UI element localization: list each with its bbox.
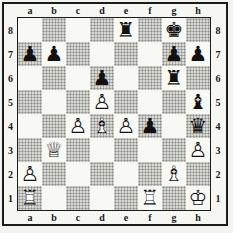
square-d6: ♟	[90, 66, 114, 90]
piece-outline: ♙	[93, 92, 112, 113]
square-e1	[114, 186, 138, 210]
file-label-f: f	[138, 5, 162, 16]
square-h8	[186, 18, 210, 42]
file-label-e: e	[114, 5, 138, 16]
white-pawn: ♟♙	[186, 138, 210, 162]
file-label-d: d	[90, 212, 114, 223]
square-g8: ♚	[162, 18, 186, 42]
rank-label-2: 2	[216, 169, 221, 180]
square-d4: ♝♗	[90, 114, 114, 138]
square-c7	[66, 42, 90, 66]
piece-outline: ♔	[189, 188, 208, 209]
file-label-e: e	[114, 212, 138, 223]
rank-label-3: 3	[216, 145, 221, 156]
black-pawn: ♟	[186, 42, 210, 66]
piece-outline: ♖	[141, 188, 160, 209]
square-g5	[162, 90, 186, 114]
file-label-g: g	[162, 5, 186, 16]
rank-label-5: 5	[8, 97, 13, 108]
piece-outline: ♙	[21, 164, 40, 185]
piece-outline: ♗	[165, 164, 184, 185]
rank-label-2: 2	[8, 169, 13, 180]
square-d3	[90, 138, 114, 162]
square-e6	[114, 66, 138, 90]
rank-label-8: 8	[8, 25, 13, 36]
square-b6	[42, 66, 66, 90]
corner-bottom-right	[211, 211, 225, 224]
square-g7: ♟	[162, 42, 186, 66]
square-h5: ♝	[186, 90, 210, 114]
square-h2	[186, 162, 210, 186]
square-h1: ♚♔	[186, 186, 210, 210]
white-king: ♚♔	[186, 186, 210, 210]
square-a4	[18, 114, 42, 138]
square-h4: ♛	[186, 114, 210, 138]
square-b2	[42, 162, 66, 186]
corner-bottom-left	[4, 211, 17, 224]
file-label-b: b	[42, 212, 66, 223]
square-e7	[114, 42, 138, 66]
rank-label-6: 6	[8, 73, 13, 84]
square-e4: ♟♙	[114, 114, 138, 138]
piece-outline: ♕	[45, 140, 64, 161]
square-g1	[162, 186, 186, 210]
black-pawn: ♟	[138, 114, 162, 138]
square-h6	[186, 66, 210, 90]
black-pawn: ♟	[42, 42, 66, 66]
square-c3	[66, 138, 90, 162]
white-rook: ♜♖	[18, 186, 42, 210]
square-d2	[90, 162, 114, 186]
white-bishop: ♝♗	[162, 162, 186, 186]
square-f2	[138, 162, 162, 186]
piece-outline: ♙	[117, 116, 136, 137]
square-b7: ♟	[42, 42, 66, 66]
white-pawn: ♟♙	[90, 90, 114, 114]
black-pawn: ♟	[18, 42, 42, 66]
square-e8: ♜	[114, 18, 138, 42]
black-rook: ♜	[162, 66, 186, 90]
file-labels-top: abcdefgh	[17, 4, 211, 17]
square-f4: ♟	[138, 114, 162, 138]
square-b5	[42, 90, 66, 114]
file-label-h: h	[186, 212, 210, 223]
white-pawn: ♟♙	[18, 162, 42, 186]
square-b8	[42, 18, 66, 42]
square-a3	[18, 138, 42, 162]
rank-labels-right: 87654321	[211, 17, 225, 211]
square-g3	[162, 138, 186, 162]
rank-label-6: 6	[216, 73, 221, 84]
square-b3: ♛♕	[42, 138, 66, 162]
diagram-frame: abcdefgh 87654321 ♜♚♟♟♟♟♟♜♟♙♝♟♙♝♗♟♙♟♛♛♕♟…	[2, 2, 228, 226]
piece-outline: ♙	[189, 140, 208, 161]
square-f6	[138, 66, 162, 90]
square-a1: ♜♖	[18, 186, 42, 210]
square-c8	[66, 18, 90, 42]
rank-label-5: 5	[216, 97, 221, 108]
black-bishop: ♝	[186, 90, 210, 114]
square-c1	[66, 186, 90, 210]
file-label-h: h	[186, 5, 210, 16]
square-f3	[138, 138, 162, 162]
square-d7	[90, 42, 114, 66]
square-e3	[114, 138, 138, 162]
square-f1: ♜♖	[138, 186, 162, 210]
white-pawn: ♟♙	[66, 114, 90, 138]
square-e5	[114, 90, 138, 114]
square-a5	[18, 90, 42, 114]
corner-top-right	[211, 4, 225, 17]
rank-label-3: 3	[8, 145, 13, 156]
white-pawn: ♟♙	[114, 114, 138, 138]
black-pawn: ♟	[90, 66, 114, 90]
square-a2: ♟♙	[18, 162, 42, 186]
square-g2: ♝♗	[162, 162, 186, 186]
rank-label-4: 4	[216, 121, 221, 132]
corner-top-left	[4, 4, 17, 17]
black-queen: ♛	[186, 114, 210, 138]
square-a6	[18, 66, 42, 90]
black-king: ♚	[162, 18, 186, 42]
square-f8	[138, 18, 162, 42]
black-rook: ♜	[114, 18, 138, 42]
square-b4	[42, 114, 66, 138]
black-pawn: ♟	[162, 42, 186, 66]
square-c2	[66, 162, 90, 186]
square-h3: ♟♙	[186, 138, 210, 162]
piece-outline: ♙	[69, 116, 88, 137]
diagram-layout: abcdefgh 87654321 ♜♚♟♟♟♟♟♜♟♙♝♟♙♝♗♟♙♟♛♛♕♟…	[4, 4, 226, 224]
square-d1	[90, 186, 114, 210]
square-f7	[138, 42, 162, 66]
chess-diagram-page: abcdefgh 87654321 ♜♚♟♟♟♟♟♜♟♙♝♟♙♝♗♟♙♟♛♛♕♟…	[0, 0, 233, 233]
piece-outline: ♖	[21, 188, 40, 209]
rank-label-8: 8	[216, 25, 221, 36]
square-a8	[18, 18, 42, 42]
chess-board: ♜♚♟♟♟♟♟♜♟♙♝♟♙♝♗♟♙♟♛♛♕♟♙♟♙♝♗♜♖♜♖♚♔	[17, 17, 211, 211]
square-h7: ♟	[186, 42, 210, 66]
piece-outline: ♗	[93, 116, 112, 137]
file-label-d: d	[90, 5, 114, 16]
file-labels-bottom: abcdefgh	[17, 211, 211, 224]
square-d5: ♟♙	[90, 90, 114, 114]
square-c6	[66, 66, 90, 90]
rank-labels-left: 87654321	[4, 17, 17, 211]
file-label-g: g	[162, 212, 186, 223]
square-d8	[90, 18, 114, 42]
file-label-c: c	[66, 5, 90, 16]
square-c4: ♟♙	[66, 114, 90, 138]
white-queen: ♛♕	[42, 138, 66, 162]
rank-label-1: 1	[8, 193, 13, 204]
file-label-c: c	[66, 212, 90, 223]
white-rook: ♜♖	[138, 186, 162, 210]
square-c5	[66, 90, 90, 114]
square-a7: ♟	[18, 42, 42, 66]
file-label-a: a	[18, 212, 42, 223]
rank-label-7: 7	[216, 49, 221, 60]
square-f5	[138, 90, 162, 114]
square-g6: ♜	[162, 66, 186, 90]
square-e2	[114, 162, 138, 186]
square-b1	[42, 186, 66, 210]
square-g4	[162, 114, 186, 138]
rank-label-1: 1	[216, 193, 221, 204]
file-label-b: b	[42, 5, 66, 16]
rank-label-7: 7	[8, 49, 13, 60]
file-label-a: a	[18, 5, 42, 16]
rank-label-4: 4	[8, 121, 13, 132]
file-label-f: f	[138, 212, 162, 223]
white-bishop: ♝♗	[90, 114, 114, 138]
